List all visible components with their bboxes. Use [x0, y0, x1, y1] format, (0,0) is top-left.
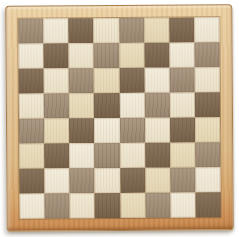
square-c8[interactable]: [69, 18, 94, 43]
square-e2[interactable]: [120, 168, 145, 193]
square-b6[interactable]: [44, 68, 69, 93]
square-f4[interactable]: [145, 118, 170, 143]
square-a5[interactable]: [19, 94, 44, 119]
square-b1[interactable]: [45, 193, 70, 218]
square-h3[interactable]: [195, 142, 220, 167]
square-f8[interactable]: [144, 18, 169, 43]
square-b7[interactable]: [44, 43, 69, 68]
square-c1[interactable]: [70, 193, 95, 218]
board-squares: [17, 16, 221, 219]
square-a2[interactable]: [19, 169, 44, 194]
square-g6[interactable]: [169, 67, 194, 92]
square-b8[interactable]: [43, 18, 68, 43]
square-g3[interactable]: [170, 142, 195, 167]
square-f3[interactable]: [145, 143, 170, 168]
square-d7[interactable]: [94, 43, 119, 68]
square-c7[interactable]: [69, 43, 94, 68]
square-e5[interactable]: [119, 93, 144, 118]
square-a6[interactable]: [19, 69, 44, 94]
square-d5[interactable]: [94, 93, 119, 118]
square-h1[interactable]: [195, 192, 220, 217]
square-g5[interactable]: [170, 92, 195, 117]
square-d8[interactable]: [94, 18, 119, 43]
square-d1[interactable]: [95, 193, 120, 218]
square-h2[interactable]: [195, 167, 220, 192]
square-d3[interactable]: [95, 143, 120, 168]
chess-board: [5, 4, 234, 232]
square-b3[interactable]: [44, 143, 69, 168]
square-h5[interactable]: [195, 92, 220, 117]
square-e1[interactable]: [120, 193, 145, 218]
square-c2[interactable]: [70, 168, 95, 193]
square-g8[interactable]: [169, 17, 194, 42]
square-a3[interactable]: [19, 144, 44, 169]
square-g7[interactable]: [169, 42, 194, 67]
square-d6[interactable]: [94, 68, 119, 93]
square-h4[interactable]: [195, 117, 220, 142]
square-e4[interactable]: [120, 118, 145, 143]
square-f5[interactable]: [144, 93, 169, 118]
square-a8[interactable]: [18, 19, 43, 44]
square-f1[interactable]: [145, 193, 170, 218]
square-e3[interactable]: [120, 143, 145, 168]
square-d4[interactable]: [94, 118, 119, 143]
square-f7[interactable]: [144, 43, 169, 68]
square-e7[interactable]: [119, 43, 144, 68]
square-h6[interactable]: [195, 67, 220, 92]
board-frame: [5, 4, 234, 232]
square-g1[interactable]: [170, 192, 195, 217]
square-f6[interactable]: [144, 68, 169, 93]
square-b4[interactable]: [44, 118, 69, 143]
square-a7[interactable]: [18, 44, 43, 69]
square-e6[interactable]: [119, 68, 144, 93]
square-g2[interactable]: [170, 167, 195, 192]
square-f2[interactable]: [145, 168, 170, 193]
square-a4[interactable]: [19, 119, 44, 144]
square-c6[interactable]: [69, 68, 94, 93]
square-h8[interactable]: [194, 17, 219, 42]
square-b5[interactable]: [44, 93, 69, 118]
square-b2[interactable]: [44, 168, 69, 193]
square-g4[interactable]: [170, 117, 195, 142]
photo-background: [0, 0, 239, 237]
square-d2[interactable]: [95, 168, 120, 193]
square-c4[interactable]: [69, 118, 94, 143]
square-c5[interactable]: [69, 93, 94, 118]
square-e8[interactable]: [119, 18, 144, 43]
square-c3[interactable]: [69, 143, 94, 168]
square-a1[interactable]: [20, 194, 45, 219]
square-h7[interactable]: [194, 42, 219, 67]
